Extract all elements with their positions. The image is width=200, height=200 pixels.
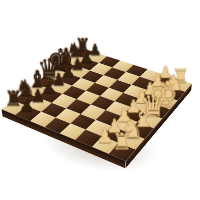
black-rook-h8: ♜ <box>75 36 90 54</box>
chess-board: ♜♟♟♜♞♟♟♞♝♟♟♝♚♟♟♚♛♟♟♛♝♟♟♝♞♟♟♞♜♟♟♜ <box>2 48 192 161</box>
black-rook-a8: ♜ <box>4 88 22 109</box>
square-e4 <box>100 88 124 102</box>
photo-scene: ♜♟♟♜♞♟♟♞♝♟♟♝♚♟♟♚♛♟♟♛♝♟♟♝♞♟♟♞♜♟♟♜ <box>0 0 200 200</box>
black-knight-b8: ♞ <box>16 77 33 99</box>
white-rook-h1: ♜ <box>172 66 189 85</box>
black-king-e8: ♚ <box>47 45 63 75</box>
chess-set-product-photo[interactable]: ♜♟♟♜♞♟♟♞♝♟♟♝♚♟♟♚♛♟♟♛♝♟♟♝♞♟♟♞♜♟♟♜ <box>0 0 200 200</box>
black-bishop-c8: ♝ <box>27 67 44 91</box>
